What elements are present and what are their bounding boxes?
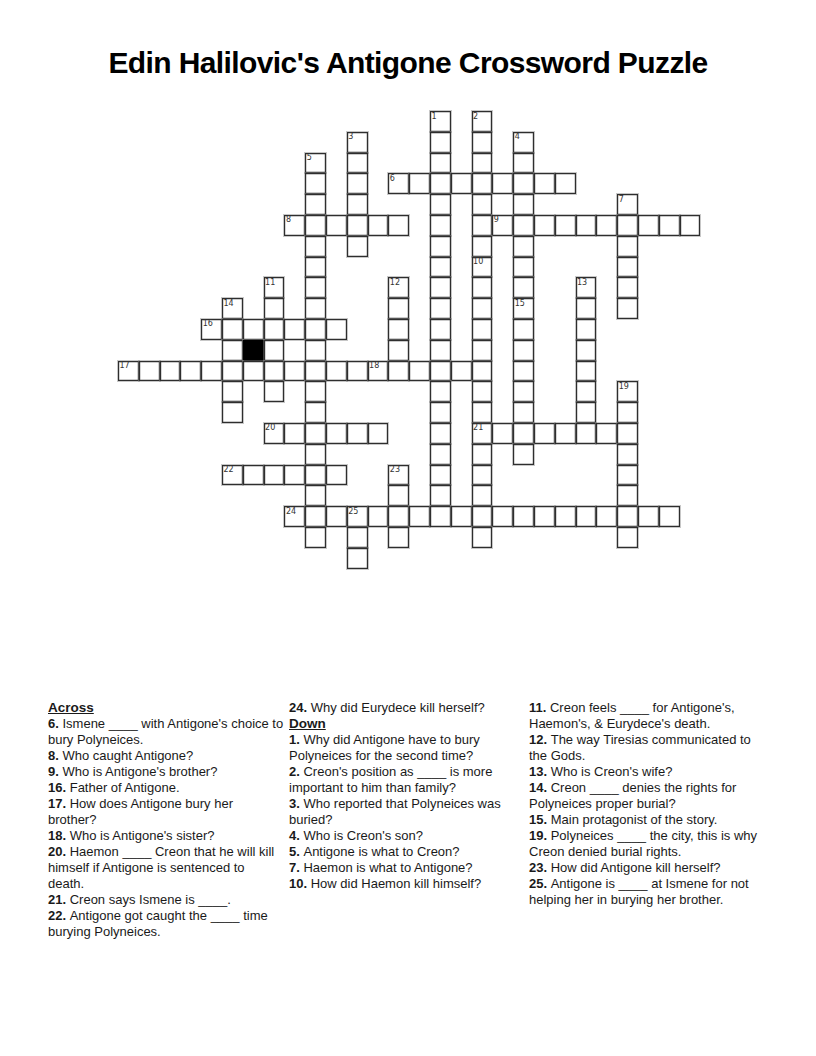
clue-number: 8 — [286, 215, 291, 224]
clue-number: 9 — [494, 215, 499, 224]
grid-cell[interactable] — [555, 173, 576, 194]
grid-cell[interactable] — [513, 444, 534, 465]
grid-cell[interactable] — [430, 153, 451, 174]
clue-number: 22 — [223, 465, 233, 474]
grid-cell[interactable] — [347, 173, 368, 194]
grid-cell[interactable]: 13 — [576, 277, 597, 298]
grid-cell[interactable] — [409, 361, 430, 382]
grid-cell[interactable] — [472, 298, 493, 319]
grid-cell[interactable] — [305, 402, 326, 423]
clue-number: 17 — [120, 361, 130, 370]
clue-24: 24. Why did Eurydece kill herself? — [289, 700, 526, 716]
grid-cell[interactable] — [388, 298, 409, 319]
grid-cell[interactable] — [617, 423, 638, 444]
grid-cell[interactable] — [576, 423, 597, 444]
grid-cell[interactable] — [305, 527, 326, 548]
clue-number: 21 — [473, 423, 483, 432]
grid-cell[interactable]: 24 — [284, 506, 305, 527]
grid-cell[interactable] — [513, 215, 534, 236]
grid-cell[interactable] — [617, 506, 638, 527]
grid-cell[interactable] — [576, 340, 597, 361]
grid-cell[interactable] — [305, 340, 326, 361]
clue-number: 6 — [390, 174, 395, 183]
clue-15: 15. Main protagonist of the story. — [529, 812, 771, 828]
clue-14: 14. Creon ____ denies the rights for Pol… — [529, 780, 771, 812]
clue-number: 4 — [515, 132, 520, 141]
grid-cell[interactable] — [347, 153, 368, 174]
clue-number: 1 — [431, 112, 436, 121]
clue-9: 9. Who is Antigone's brother? — [48, 764, 284, 780]
grid-cell[interactable] — [472, 402, 493, 423]
grid-cell[interactable] — [513, 153, 534, 174]
clue-number: 16 — [203, 319, 213, 328]
grid-cell[interactable]: 6 — [388, 173, 409, 194]
grid-cell[interactable] — [513, 402, 534, 423]
clue-number: 24 — [286, 507, 296, 516]
grid-cell[interactable] — [472, 444, 493, 465]
grid-cell[interactable] — [264, 361, 285, 382]
clue-22: 22. Antigone got caught the ____ time bu… — [48, 908, 284, 940]
grid-cell[interactable] — [513, 319, 534, 340]
grid-cell[interactable] — [472, 194, 493, 215]
grid-cell[interactable] — [201, 361, 222, 382]
grid-cell[interactable] — [659, 506, 680, 527]
grid-cell[interactable] — [430, 173, 451, 194]
clue-number: 5 — [307, 153, 312, 162]
grid-cell[interactable] — [513, 361, 534, 382]
grid-cell[interactable] — [513, 506, 534, 527]
clues-section-header: Down — [289, 716, 526, 732]
grid-cell[interactable] — [368, 423, 389, 444]
grid-cell[interactable] — [472, 132, 493, 153]
grid-cell[interactable] — [388, 506, 409, 527]
grid-cell[interactable] — [160, 361, 181, 382]
page-title: Edin Halilovic's Antigone Crossword Puzz… — [0, 46, 816, 80]
grid-cell[interactable] — [305, 257, 326, 278]
grid-cell[interactable]: 4 — [513, 132, 534, 153]
clue-3: 3. Who reported that Polyneices was buri… — [289, 796, 526, 828]
clue-number: 7 — [619, 195, 624, 204]
grid-cell[interactable] — [555, 506, 576, 527]
grid-cell[interactable]: 23 — [388, 465, 409, 486]
grid-cell[interactable] — [222, 319, 243, 340]
grid-cell[interactable] — [430, 236, 451, 257]
grid-cell[interactable] — [430, 361, 451, 382]
grid-cell[interactable] — [409, 506, 430, 527]
grid-cell[interactable]: 25 — [347, 506, 368, 527]
grid-cell[interactable] — [555, 215, 576, 236]
grid-cell[interactable] — [492, 423, 513, 444]
grid-cell[interactable] — [305, 319, 326, 340]
grid-cell[interactable] — [388, 319, 409, 340]
grid-cell[interactable] — [264, 298, 285, 319]
grid-cell[interactable] — [305, 381, 326, 402]
grid-cell[interactable] — [264, 340, 285, 361]
clue-number: 13 — [577, 278, 587, 287]
grid-cell[interactable] — [388, 340, 409, 361]
grid-cell[interactable] — [451, 506, 472, 527]
grid-cell[interactable] — [596, 506, 617, 527]
grid-cell[interactable] — [576, 215, 597, 236]
grid-cell[interactable] — [243, 319, 264, 340]
grid-cell[interactable] — [513, 423, 534, 444]
grid-cell[interactable]: 9 — [492, 215, 513, 236]
grid-cell[interactable] — [430, 215, 451, 236]
grid-cell[interactable] — [534, 173, 555, 194]
grid-cell[interactable] — [347, 361, 368, 382]
grid-cell[interactable] — [180, 361, 201, 382]
clue-13: 13. Who is Creon's wife? — [529, 764, 771, 780]
clue-number: 12 — [390, 278, 400, 287]
grid-cell[interactable] — [596, 423, 617, 444]
grid-cell[interactable] — [347, 527, 368, 548]
clues-section-header: Across — [48, 700, 284, 716]
clues-column-across: Across6. Ismene ____ with Antigone's cho… — [48, 700, 284, 940]
grid-cell[interactable] — [451, 173, 472, 194]
grid-cell[interactable]: 7 — [617, 194, 638, 215]
grid-cell[interactable] — [264, 381, 285, 402]
grid-cell[interactable] — [430, 340, 451, 361]
clue-25: 25. Antigone is ____ at Ismene for not h… — [529, 876, 771, 908]
grid-cell[interactable] — [222, 402, 243, 423]
grid-cell[interactable] — [472, 361, 493, 382]
clue-1: 1. Why did Antigone have to bury Polynei… — [289, 732, 526, 764]
grid-cell[interactable] — [472, 506, 493, 527]
grid-cell[interactable] — [513, 277, 534, 298]
grid-cell[interactable] — [222, 361, 243, 382]
grid-cell[interactable] — [326, 423, 347, 444]
grid-cell[interactable]: 22 — [222, 465, 243, 486]
grid-cell[interactable]: 14 — [222, 298, 243, 319]
grid-cell[interactable] — [326, 319, 347, 340]
grid-cell[interactable]: 18 — [368, 361, 389, 382]
grid-cell[interactable] — [430, 423, 451, 444]
grid-cell[interactable] — [305, 506, 326, 527]
grid-cell[interactable] — [284, 423, 305, 444]
clue-number: 20 — [265, 423, 275, 432]
grid-cell[interactable] — [472, 215, 493, 236]
grid-cell[interactable]: 5 — [305, 153, 326, 174]
clue-number: 23 — [390, 465, 400, 474]
grid-cell[interactable] — [617, 527, 638, 548]
grid-cell[interactable] — [430, 465, 451, 486]
grid-cell[interactable] — [368, 506, 389, 527]
grid-cell[interactable] — [638, 215, 659, 236]
grid-cell[interactable] — [534, 423, 555, 444]
grid-cell[interactable] — [472, 153, 493, 174]
clue-7: 7. Haemon is what to Antigone? — [289, 860, 526, 876]
grid-cell[interactable] — [347, 215, 368, 236]
grid-cell[interactable]: 2 — [472, 111, 493, 132]
grid-cell[interactable] — [305, 194, 326, 215]
grid-cell[interactable] — [680, 215, 701, 236]
grid-cell[interactable] — [513, 340, 534, 361]
grid-cell[interactable] — [326, 215, 347, 236]
grid-cell[interactable] — [576, 298, 597, 319]
clue-10: 10. How did Haemon kill himself? — [289, 876, 526, 892]
grid-cell[interactable] — [305, 173, 326, 194]
grid-cell[interactable] — [388, 527, 409, 548]
clues-column-middle: 24. Why did Eurydece kill herself?Down1.… — [289, 700, 526, 892]
grid-cell[interactable] — [617, 444, 638, 465]
clue-number: 15 — [515, 299, 525, 308]
grid-cell[interactable] — [472, 465, 493, 486]
grid-cell[interactable]: 16 — [201, 319, 222, 340]
grid-cell[interactable] — [617, 215, 638, 236]
grid-cell[interactable] — [264, 465, 285, 486]
grid-cell[interactable] — [513, 236, 534, 257]
clue-number: 11 — [265, 278, 275, 287]
clue-number: 14 — [223, 299, 233, 308]
grid-cell[interactable] — [576, 361, 597, 382]
grid-cell[interactable] — [472, 236, 493, 257]
grid-cell[interactable] — [388, 215, 409, 236]
grid-cell[interactable] — [513, 381, 534, 402]
grid-cell[interactable] — [388, 485, 409, 506]
grid-cell[interactable] — [472, 277, 493, 298]
grid-cell[interactable] — [617, 402, 638, 423]
grid-cell[interactable] — [617, 236, 638, 257]
grid-cell[interactable] — [347, 236, 368, 257]
grid-cell[interactable] — [576, 506, 597, 527]
grid-cell[interactable] — [472, 173, 493, 194]
grid-cell[interactable] — [305, 298, 326, 319]
clue-number: 18 — [369, 361, 379, 370]
grid-cell[interactable] — [472, 319, 493, 340]
grid-cell[interactable]: 11 — [264, 277, 285, 298]
grid-cell[interactable] — [284, 465, 305, 486]
grid-cell[interactable]: 15 — [513, 298, 534, 319]
grid-cell[interactable]: 3 — [347, 132, 368, 153]
clue-23: 23. How did Antigone kill herself? — [529, 860, 771, 876]
grid-cell[interactable] — [513, 257, 534, 278]
grid-cell[interactable] — [222, 381, 243, 402]
grid-cell[interactable] — [472, 340, 493, 361]
clue-18: 18. Who is Antigone's sister? — [48, 828, 284, 844]
grid-cell[interactable] — [305, 215, 326, 236]
grid-cell[interactable] — [596, 215, 617, 236]
grid-cell[interactable] — [430, 132, 451, 153]
grid-cell[interactable] — [659, 215, 680, 236]
grid-cell[interactable] — [638, 506, 659, 527]
grid-cell[interactable] — [617, 465, 638, 486]
clue-4: 4. Who is Creon's son? — [289, 828, 526, 844]
clue-number: 25 — [348, 507, 358, 516]
grid-cell[interactable]: 8 — [284, 215, 305, 236]
clue-12: 12. The way Tiresias communicated to the… — [529, 732, 771, 764]
grid-cell[interactable] — [368, 215, 389, 236]
grid-cell[interactable] — [347, 548, 368, 569]
clue-2: 2. Creon's position as ____ is more impo… — [289, 764, 526, 796]
grid-cell[interactable] — [430, 194, 451, 215]
grid-cell[interactable] — [284, 319, 305, 340]
grid-cell[interactable] — [617, 298, 638, 319]
grid-cell[interactable] — [472, 485, 493, 506]
grid-cell[interactable] — [430, 444, 451, 465]
black-cell — [243, 340, 264, 361]
grid-cell[interactable] — [513, 194, 534, 215]
grid-cell[interactable]: 12 — [388, 277, 409, 298]
grid-cell[interactable] — [472, 381, 493, 402]
clue-number: 19 — [619, 382, 629, 391]
grid-cell[interactable] — [430, 319, 451, 340]
grid-cell[interactable] — [534, 215, 555, 236]
grid-cell[interactable] — [243, 361, 264, 382]
clue-number: 3 — [348, 132, 353, 141]
grid-cell[interactable] — [451, 361, 472, 382]
grid-cell[interactable] — [555, 423, 576, 444]
grid-cell[interactable] — [347, 194, 368, 215]
grid-cell[interactable] — [617, 277, 638, 298]
grid-cell[interactable]: 20 — [264, 423, 285, 444]
grid-cell[interactable] — [534, 506, 555, 527]
grid-cell[interactable] — [243, 465, 264, 486]
grid-cell[interactable] — [305, 361, 326, 382]
grid-cell[interactable]: 19 — [617, 381, 638, 402]
clue-20: 20. Haemon ____ Creon that he will kill … — [48, 844, 284, 892]
grid-cell[interactable] — [326, 361, 347, 382]
clue-21: 21. Creon says Ismene is ____. — [48, 892, 284, 908]
grid-cell[interactable] — [430, 402, 451, 423]
grid-cell[interactable]: 1 — [430, 111, 451, 132]
grid-cell[interactable] — [430, 506, 451, 527]
clue-16: 16. Father of Antigone. — [48, 780, 284, 796]
grid-cell[interactable] — [305, 277, 326, 298]
grid-cell[interactable] — [576, 402, 597, 423]
grid-cell[interactable] — [430, 277, 451, 298]
grid-cell[interactable] — [264, 319, 285, 340]
grid-cell[interactable] — [430, 485, 451, 506]
grid-cell[interactable] — [617, 485, 638, 506]
crossword-grid: 1234567891011121314151617181920212223242… — [118, 111, 700, 569]
grid-cell[interactable] — [617, 257, 638, 278]
grid-cell[interactable] — [347, 423, 368, 444]
grid-cell[interactable] — [326, 465, 347, 486]
clue-11: 11. Creon feels ____ for Antigone's, Hae… — [529, 700, 771, 732]
grid-cell[interactable] — [409, 173, 430, 194]
grid-cell[interactable] — [305, 465, 326, 486]
clues-column-down: 11. Creon feels ____ for Antigone's, Hae… — [529, 700, 771, 908]
grid-cell[interactable] — [513, 173, 534, 194]
grid-cell[interactable] — [326, 506, 347, 527]
grid-cell[interactable] — [430, 257, 451, 278]
grid-cell[interactable]: 17 — [118, 361, 139, 382]
grid-cell[interactable] — [305, 485, 326, 506]
clue-5: 5. Antigone is what to Creon? — [289, 844, 526, 860]
grid-cell[interactable] — [430, 381, 451, 402]
grid-cell[interactable] — [305, 444, 326, 465]
grid-cell[interactable] — [492, 173, 513, 194]
clue-8: 8. Who caught Antigone? — [48, 748, 284, 764]
clue-6: 6. Ismene ____ with Antigone's choice to… — [48, 716, 284, 748]
grid-cell[interactable]: 10 — [472, 257, 493, 278]
grid-cell[interactable] — [222, 340, 243, 361]
grid-cell[interactable] — [388, 361, 409, 382]
grid-cell[interactable] — [305, 423, 326, 444]
grid-cell[interactable] — [305, 236, 326, 257]
clue-number: 2 — [473, 112, 478, 121]
clue-number: 10 — [473, 257, 483, 266]
grid-cell[interactable] — [576, 381, 597, 402]
clue-19: 19. Polyneices ____ the city, this is wh… — [529, 828, 771, 860]
grid-cell[interactable] — [139, 361, 160, 382]
grid-cell[interactable] — [492, 506, 513, 527]
clue-17: 17. How does Antigone bury her brother? — [48, 796, 284, 828]
grid-cell[interactable] — [430, 298, 451, 319]
grid-cell[interactable]: 21 — [472, 423, 493, 444]
grid-cell[interactable] — [472, 527, 493, 548]
grid-cell[interactable] — [284, 361, 305, 382]
grid-cell[interactable] — [576, 319, 597, 340]
